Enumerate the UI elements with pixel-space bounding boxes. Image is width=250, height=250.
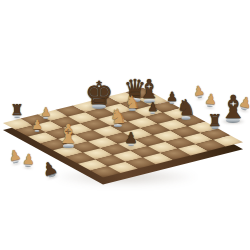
chess-piece-white-pawn: ♟ — [204, 92, 218, 107]
chess-piece-white-bishop: ♝ — [56, 122, 79, 147]
black-pawn-glyph: ♟ — [124, 131, 137, 145]
chess-piece-white-pawn: ♟ — [22, 152, 35, 166]
white-pawn-glyph: ♟ — [31, 119, 43, 131]
chess-piece-black-knight: ♞ — [176, 98, 196, 119]
chess-pieces-layer: ♜♟♟♝♚♛♝♞♟♞♟♟♞♜♟♟♟♟♟♝♟ — [0, 0, 250, 250]
black-bishop-glyph: ♝ — [137, 77, 160, 102]
chess-piece-black-pawn: ♟ — [124, 131, 137, 145]
black-rook-glyph: ♜ — [208, 113, 222, 128]
chess-piece-black-rook: ♜ — [208, 113, 222, 128]
chess-piece-black-pawn: ♟ — [148, 102, 159, 113]
chess-piece-white-pawn: ♟ — [31, 119, 43, 131]
product-photo-scene: ♜♟♟♝♚♛♝♞♟♞♟♟♞♜♟♟♟♟♟♝♟ — [0, 0, 250, 250]
chess-piece-white-pawn: ♟ — [7, 148, 22, 164]
chess-piece-black-bishop: ♝ — [137, 77, 160, 102]
chess-piece-white-knight: ♞ — [109, 107, 127, 126]
black-knight-glyph: ♞ — [176, 98, 196, 119]
black-bishop-glyph: ♝ — [219, 92, 248, 122]
white-pawn-glyph: ♟ — [7, 148, 22, 164]
black-pawn-glyph: ♟ — [40, 158, 59, 178]
chess-piece-black-rook: ♜ — [10, 103, 23, 117]
chess-piece-black-bishop: ♝ — [219, 92, 248, 122]
black-rook-glyph: ♜ — [10, 103, 23, 117]
white-bishop-glyph: ♝ — [56, 122, 79, 147]
white-pawn-glyph: ♟ — [22, 152, 35, 166]
black-pawn-glyph: ♟ — [148, 102, 159, 113]
white-pawn-glyph: ♟ — [204, 92, 218, 107]
chess-piece-black-pawn: ♟ — [40, 158, 59, 178]
white-knight-glyph: ♞ — [109, 107, 127, 126]
